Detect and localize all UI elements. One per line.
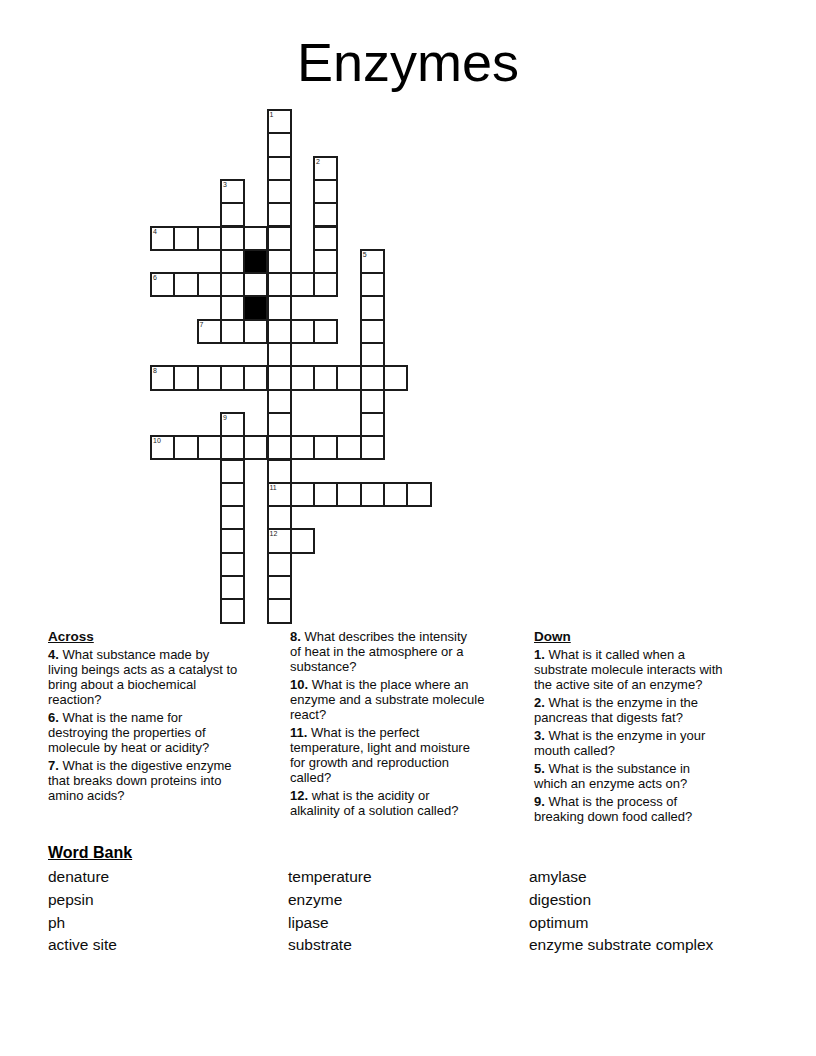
grid-cell[interactable]	[220, 202, 245, 227]
grid-cell[interactable]	[243, 365, 268, 390]
word-bank-word: substrate	[288, 934, 372, 957]
word-bank-word: denature	[48, 866, 117, 889]
clue-text: What is the perfect temperature, light a…	[290, 725, 470, 785]
clue-number: 7	[200, 321, 204, 329]
grid-cell[interactable]	[267, 249, 292, 274]
grid-cell[interactable]	[313, 202, 338, 227]
grid-cell[interactable]: 2	[313, 156, 338, 181]
clue-number-label: 2.	[534, 695, 545, 710]
grid-cell[interactable]	[173, 365, 198, 390]
grid-cell[interactable]	[267, 202, 292, 227]
clue-number-label: 8.	[290, 629, 301, 644]
crossword-worksheet: Enzymes 123456789101112 Across4. What su…	[0, 0, 816, 1056]
grid-cell[interactable]	[267, 342, 292, 367]
clue-number-label: 4.	[48, 647, 59, 662]
clue-number-label: 9.	[534, 794, 545, 809]
grid-cell[interactable]	[220, 295, 245, 320]
clue-number: 8	[153, 367, 157, 375]
word-bank-word: lipase	[288, 912, 372, 935]
grid-cell[interactable]	[267, 575, 292, 600]
grid-cell[interactable]: 9	[220, 412, 245, 437]
clue-text: What is the substance in which an enzyme…	[534, 761, 690, 791]
grid-cell[interactable]	[220, 528, 245, 553]
word-bank-word: pepsin	[48, 889, 117, 912]
grid-cell[interactable]	[360, 389, 385, 414]
grid-cell[interactable]: 4	[150, 226, 175, 251]
grid-cell[interactable]	[197, 272, 222, 297]
grid-cell[interactable]	[336, 482, 361, 507]
clue-number-label: 5.	[534, 761, 545, 776]
grid-cell[interactable]	[290, 319, 315, 344]
grid-cell[interactable]	[360, 482, 385, 507]
word-bank-word: temperature	[288, 866, 372, 889]
clue-4: 4. What substance made by living beings …	[48, 647, 290, 707]
clue-text: What is it called when a substrate molec…	[534, 647, 723, 692]
clue-9: 9. What is the process of breaking down …	[534, 794, 776, 824]
across-clues-column-2: 8. What describes the intensity of heat …	[290, 629, 532, 821]
word-bank-word: active site	[48, 934, 117, 957]
grid-cell[interactable]: 10	[150, 435, 175, 460]
grid-cell[interactable]	[313, 226, 338, 251]
clue-3: 3. What is the enzyme in your mouth call…	[534, 728, 776, 758]
grid-cell[interactable]: 1	[267, 109, 292, 134]
down-clues-column: Down1. What is it called when a substrat…	[534, 629, 776, 827]
word-bank-word: ph	[48, 912, 117, 935]
grid-cell[interactable]	[220, 435, 245, 460]
clue-number: 2	[316, 158, 320, 166]
grid-cell[interactable]	[267, 365, 292, 390]
word-bank-column-1: denaturepepsinphactive site	[48, 866, 117, 957]
grid-cell[interactable]	[220, 575, 245, 600]
clue-number: 6	[153, 274, 157, 282]
grid-cell[interactable]	[313, 249, 338, 274]
clue-number: 10	[153, 437, 161, 445]
grid-cell[interactable]	[267, 179, 292, 204]
grid-cell[interactable]	[290, 365, 315, 390]
grid-cell[interactable]	[197, 435, 222, 460]
grid-cell[interactable]	[267, 412, 292, 437]
down-heading: Down	[534, 629, 776, 644]
grid-cell[interactable]	[383, 365, 408, 390]
clue-number-label: 7.	[48, 758, 59, 773]
grid-cell[interactable]	[267, 598, 292, 623]
clue-text: What is the digestive enzyme that breaks…	[48, 758, 232, 803]
word-bank-word: enzyme	[288, 889, 372, 912]
grid-cell[interactable]: 6	[150, 272, 175, 297]
grid-cell[interactable]	[360, 435, 385, 460]
clue-number: 11	[270, 484, 277, 492]
grid-cell[interactable]	[243, 226, 268, 251]
grid-cell[interactable]	[173, 272, 198, 297]
grid-cell[interactable]	[243, 435, 268, 460]
clue-5: 5. What is the substance in which an enz…	[534, 761, 776, 791]
grid-cell[interactable]	[220, 226, 245, 251]
across-clues-column: Across4. What substance made by living b…	[48, 629, 290, 806]
grid-cell[interactable]	[220, 505, 245, 530]
grid-cell[interactable]	[360, 412, 385, 437]
grid-cell[interactable]	[267, 459, 292, 484]
grid-cell[interactable]	[243, 272, 268, 297]
clue-number: 4	[153, 228, 157, 236]
grid-cell[interactable]	[360, 272, 385, 297]
clue-number-label: 11.	[290, 725, 307, 740]
clue-text: What is the enzyme in your mouth called?	[534, 728, 705, 758]
grid-cell[interactable]	[406, 482, 431, 507]
clue-7: 7. What is the digestive enzyme that bre…	[48, 758, 290, 803]
grid-cell[interactable]	[313, 319, 338, 344]
clue-text: What is the name for destroying the prop…	[48, 710, 209, 755]
clue-number-label: 1.	[534, 647, 545, 662]
grid-cell[interactable]: 7	[197, 319, 222, 344]
grid-cell[interactable]	[290, 482, 315, 507]
clue-10: 10. What is the place where an enzyme an…	[290, 677, 532, 722]
grid-cell[interactable]	[173, 435, 198, 460]
word-bank-word: enzyme substrate complex	[529, 934, 713, 957]
word-bank-heading: Word Bank	[48, 844, 132, 862]
word-bank-word: amylase	[529, 866, 713, 889]
grid-cell[interactable]	[360, 319, 385, 344]
grid-cell[interactable]	[267, 226, 292, 251]
clue-text: what is the acidity or alkalinity of a s…	[290, 788, 458, 818]
black-cell	[243, 295, 268, 320]
clue-8: 8. What describes the intensity of heat …	[290, 629, 532, 674]
grid-cell[interactable]	[336, 365, 361, 390]
clue-11: 11. What is the perfect temperature, lig…	[290, 725, 532, 785]
clue-text: What describes the intensity of heat in …	[290, 629, 467, 674]
grid-cell[interactable]	[313, 482, 338, 507]
clue-text: What substance made by living beings act…	[48, 647, 237, 707]
grid-cell[interactable]	[220, 272, 245, 297]
grid-cell[interactable]	[220, 249, 245, 274]
grid-cell[interactable]	[290, 528, 315, 553]
grid-cell[interactable]	[267, 319, 292, 344]
grid-cell[interactable]	[173, 226, 198, 251]
grid-cell[interactable]	[313, 435, 338, 460]
grid-cell[interactable]	[267, 132, 292, 157]
grid-cell[interactable]	[267, 389, 292, 414]
grid-cell[interactable]	[220, 598, 245, 623]
crossword-grid: 123456789101112	[151, 110, 431, 623]
clue-2: 2. What is the enzyme in the pancreas th…	[534, 695, 776, 725]
clue-number: 12	[270, 530, 278, 538]
grid-cell[interactable]	[267, 156, 292, 181]
puzzle-title: Enzymes	[0, 32, 816, 92]
word-bank-column-3: amylasedigestionoptimumenzyme substrate …	[529, 866, 713, 957]
grid-cell[interactable]	[336, 435, 361, 460]
clue-number: 9	[223, 414, 227, 422]
clue-text: What is the enzyme in the pancreas that …	[534, 695, 698, 725]
grid-cell[interactable]	[197, 226, 222, 251]
grid-cell[interactable]	[267, 295, 292, 320]
clue-number-label: 10.	[290, 677, 308, 692]
grid-cell[interactable]: 3	[220, 179, 245, 204]
black-cell	[243, 249, 268, 274]
clue-number-label: 3.	[534, 728, 545, 743]
grid-cell[interactable]	[197, 365, 222, 390]
clue-1: 1. What is it called when a substrate mo…	[534, 647, 776, 692]
clue-number: 5	[363, 251, 367, 259]
grid-cell[interactable]	[313, 272, 338, 297]
grid-cell[interactable]: 5	[360, 249, 385, 274]
clue-number-label: 6.	[48, 710, 59, 725]
grid-cell[interactable]	[267, 272, 292, 297]
word-bank-column-2: temperatureenzymelipasesubstrate	[288, 866, 372, 957]
clue-number: 1	[270, 111, 274, 119]
grid-cell[interactable]	[360, 342, 385, 367]
grid-cell[interactable]	[313, 365, 338, 390]
grid-cell[interactable]	[313, 179, 338, 204]
grid-cell[interactable]	[360, 365, 385, 390]
grid-cell[interactable]: 11	[267, 482, 292, 507]
clue-text: What is the process of breaking down foo…	[534, 794, 692, 824]
grid-cell[interactable]	[220, 552, 245, 577]
clue-text: What is the place where an enzyme and a …	[290, 677, 484, 722]
grid-cell[interactable]	[383, 482, 408, 507]
grid-cell[interactable]	[267, 435, 292, 460]
grid-cell[interactable]	[220, 482, 245, 507]
grid-cell[interactable]	[243, 319, 268, 344]
grid-cell[interactable]	[267, 505, 292, 530]
grid-cell[interactable]	[290, 435, 315, 460]
grid-cell[interactable]: 12	[267, 528, 292, 553]
clue-number-label: 12.	[290, 788, 308, 803]
clue-number: 3	[223, 181, 227, 189]
across-heading: Across	[48, 629, 290, 644]
word-bank-word: digestion	[529, 889, 713, 912]
grid-cell[interactable]	[220, 365, 245, 390]
grid-cell[interactable]	[220, 319, 245, 344]
clue-6: 6. What is the name for destroying the p…	[48, 710, 290, 755]
clue-12: 12. what is the acidity or alkalinity of…	[290, 788, 532, 818]
grid-cell[interactable]	[220, 459, 245, 484]
grid-cell[interactable]: 8	[150, 365, 175, 390]
word-bank-word: optimum	[529, 912, 713, 935]
grid-cell[interactable]	[267, 552, 292, 577]
grid-cell[interactable]	[360, 295, 385, 320]
grid-cell[interactable]	[290, 272, 315, 297]
